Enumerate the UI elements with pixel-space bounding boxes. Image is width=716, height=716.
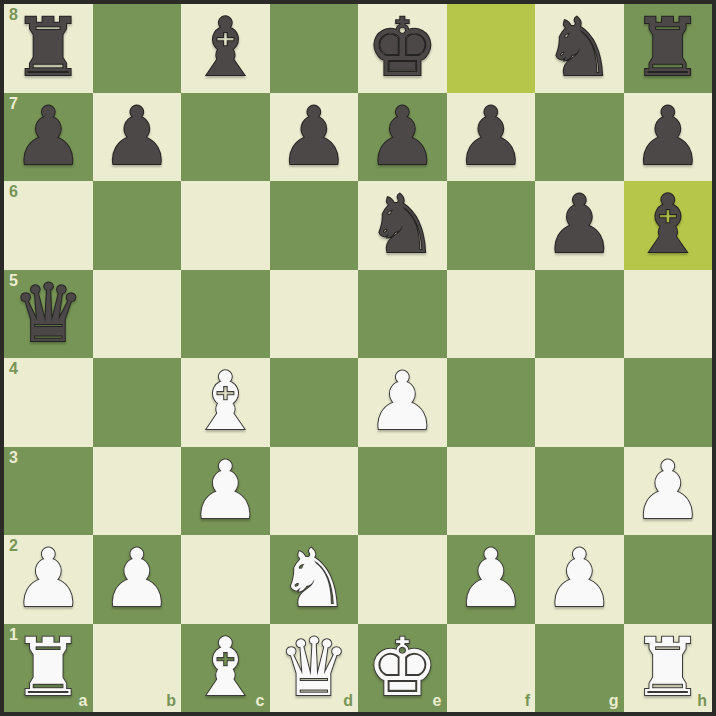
square-a8[interactable]: 8♜ <box>4 4 93 93</box>
rank-label-6: 6 <box>9 184 18 200</box>
piece-black-pawn[interactable]: ♟ <box>101 93 173 182</box>
square-f3[interactable] <box>447 447 536 536</box>
square-d7[interactable]: ♟ <box>270 93 359 182</box>
piece-white-pawn[interactable]: ♟ <box>455 535 527 624</box>
piece-black-king[interactable]: ♚ <box>366 4 438 93</box>
piece-black-pawn[interactable]: ♟ <box>455 93 527 182</box>
piece-black-bishop[interactable]: ♝ <box>189 4 261 93</box>
rank-label-3: 3 <box>9 450 18 466</box>
piece-white-pawn[interactable]: ♟ <box>189 447 261 536</box>
square-c6[interactable] <box>181 181 270 270</box>
square-h7[interactable]: ♟ <box>624 93 713 182</box>
file-label-b: b <box>166 693 176 709</box>
square-g6[interactable]: ♟ <box>535 181 624 270</box>
square-b1[interactable]: b <box>93 624 182 713</box>
square-e4[interactable]: ♟ <box>358 358 447 447</box>
square-g8[interactable]: ♞ <box>535 4 624 93</box>
square-c4[interactable]: ♝ <box>181 358 270 447</box>
square-g3[interactable] <box>535 447 624 536</box>
square-d6[interactable] <box>270 181 359 270</box>
square-a5[interactable]: 5♛ <box>4 270 93 359</box>
square-e5[interactable] <box>358 270 447 359</box>
piece-black-pawn[interactable]: ♟ <box>543 181 615 270</box>
piece-white-king[interactable]: ♚ <box>366 624 438 713</box>
square-g4[interactable] <box>535 358 624 447</box>
piece-black-knight[interactable]: ♞ <box>366 181 438 270</box>
piece-black-pawn[interactable]: ♟ <box>366 93 438 182</box>
square-c8[interactable]: ♝ <box>181 4 270 93</box>
square-g7[interactable] <box>535 93 624 182</box>
square-a6[interactable]: 6 <box>4 181 93 270</box>
square-h2[interactable] <box>624 535 713 624</box>
piece-white-pawn[interactable]: ♟ <box>366 358 438 447</box>
square-c5[interactable] <box>181 270 270 359</box>
square-f4[interactable] <box>447 358 536 447</box>
square-a1[interactable]: 1a♜ <box>4 624 93 713</box>
square-d1[interactable]: d♛ <box>270 624 359 713</box>
piece-white-rook[interactable]: ♜ <box>12 624 84 713</box>
square-a4[interactable]: 4 <box>4 358 93 447</box>
chess-board: 8♜♝♚♞♜7♟♟♟♟♟♟6♞♟♝5♛4♝♟3♟♟2♟♟♞♟♟1a♜bc♝d♛e… <box>4 4 712 712</box>
square-e6[interactable]: ♞ <box>358 181 447 270</box>
square-g1[interactable]: g <box>535 624 624 713</box>
file-label-g: g <box>609 693 619 709</box>
square-g5[interactable] <box>535 270 624 359</box>
piece-white-knight[interactable]: ♞ <box>278 535 350 624</box>
square-c2[interactable] <box>181 535 270 624</box>
square-a2[interactable]: 2♟ <box>4 535 93 624</box>
square-d5[interactable] <box>270 270 359 359</box>
square-f6[interactable] <box>447 181 536 270</box>
square-a7[interactable]: 7♟ <box>4 93 93 182</box>
square-d8[interactable] <box>270 4 359 93</box>
square-d2[interactable]: ♞ <box>270 535 359 624</box>
piece-black-rook[interactable]: ♜ <box>632 4 704 93</box>
square-e3[interactable] <box>358 447 447 536</box>
piece-black-knight[interactable]: ♞ <box>543 4 615 93</box>
piece-black-bishop[interactable]: ♝ <box>632 181 704 270</box>
app-background: 8♜♝♚♞♜7♟♟♟♟♟♟6♞♟♝5♛4♝♟3♟♟2♟♟♞♟♟1a♜bc♝d♛e… <box>0 0 716 716</box>
square-b8[interactable] <box>93 4 182 93</box>
piece-black-pawn[interactable]: ♟ <box>12 93 84 182</box>
square-b6[interactable] <box>93 181 182 270</box>
piece-white-pawn[interactable]: ♟ <box>543 535 615 624</box>
piece-white-rook[interactable]: ♜ <box>632 624 704 713</box>
square-b5[interactable] <box>93 270 182 359</box>
piece-black-rook[interactable]: ♜ <box>12 4 84 93</box>
square-e7[interactable]: ♟ <box>358 93 447 182</box>
piece-white-pawn[interactable]: ♟ <box>12 535 84 624</box>
square-g2[interactable]: ♟ <box>535 535 624 624</box>
square-h6[interactable]: ♝ <box>624 181 713 270</box>
piece-white-bishop[interactable]: ♝ <box>189 358 261 447</box>
square-f1[interactable]: f <box>447 624 536 713</box>
piece-white-bishop[interactable]: ♝ <box>189 624 261 713</box>
piece-white-queen[interactable]: ♛ <box>278 624 350 713</box>
square-e8[interactable]: ♚ <box>358 4 447 93</box>
square-h8[interactable]: ♜ <box>624 4 713 93</box>
square-b7[interactable]: ♟ <box>93 93 182 182</box>
square-e2[interactable] <box>358 535 447 624</box>
square-f7[interactable]: ♟ <box>447 93 536 182</box>
piece-white-pawn[interactable]: ♟ <box>632 447 704 536</box>
square-e1[interactable]: e♚ <box>358 624 447 713</box>
file-label-f: f <box>525 693 530 709</box>
square-b3[interactable] <box>93 447 182 536</box>
square-h5[interactable] <box>624 270 713 359</box>
square-c1[interactable]: c♝ <box>181 624 270 713</box>
square-c3[interactable]: ♟ <box>181 447 270 536</box>
piece-white-pawn[interactable]: ♟ <box>101 535 173 624</box>
square-b2[interactable]: ♟ <box>93 535 182 624</box>
square-h4[interactable] <box>624 358 713 447</box>
square-f2[interactable]: ♟ <box>447 535 536 624</box>
piece-black-queen[interactable]: ♛ <box>12 270 84 359</box>
square-b4[interactable] <box>93 358 182 447</box>
square-d3[interactable] <box>270 447 359 536</box>
square-a3[interactable]: 3 <box>4 447 93 536</box>
square-f8[interactable] <box>447 4 536 93</box>
square-h1[interactable]: h♜ <box>624 624 713 713</box>
rank-label-4: 4 <box>9 361 18 377</box>
square-c7[interactable] <box>181 93 270 182</box>
square-h3[interactable]: ♟ <box>624 447 713 536</box>
square-d4[interactable] <box>270 358 359 447</box>
piece-black-pawn[interactable]: ♟ <box>278 93 350 182</box>
piece-black-pawn[interactable]: ♟ <box>632 93 704 182</box>
square-f5[interactable] <box>447 270 536 359</box>
